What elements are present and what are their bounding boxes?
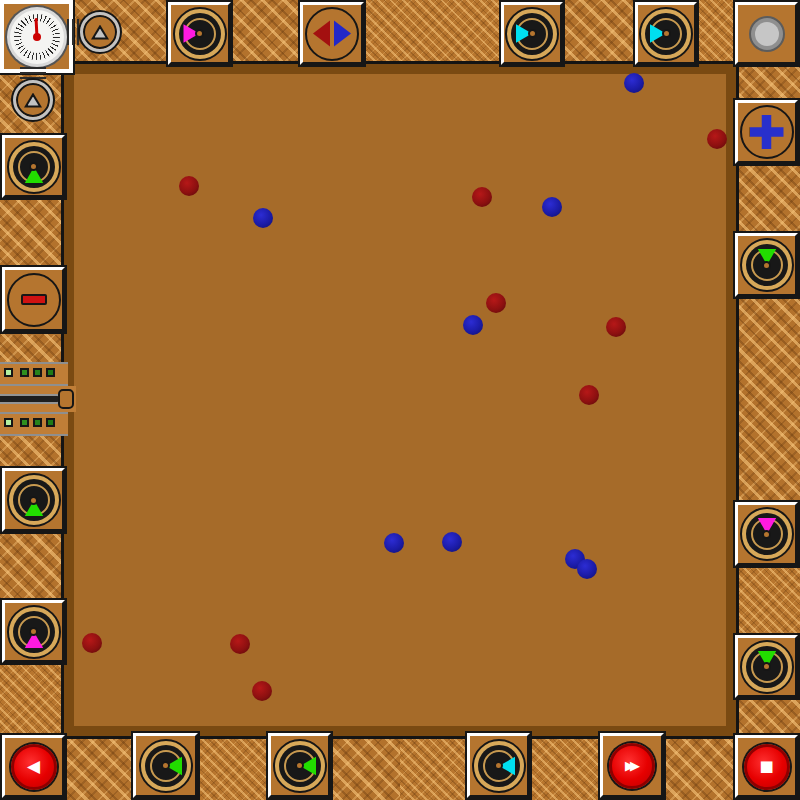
led-square: [4, 418, 13, 427]
red-ball: [486, 293, 506, 313]
stop-button-icon: ■: [759, 759, 773, 774]
gauge-face: [10, 10, 64, 64]
dial-top-cyan-2[interactable]: [635, 2, 697, 65]
pressure-gauge: [0, 0, 73, 73]
red-left-arrow-icon: [313, 21, 330, 47]
led-square: [20, 368, 29, 377]
red-ball: [606, 317, 626, 337]
gauge-hub: [33, 33, 41, 41]
valve-wheel: [13, 80, 53, 120]
dial-center-dot: [762, 530, 771, 539]
valve-wheel: [80, 12, 120, 52]
wedge-dial: [639, 7, 693, 61]
dial-center-dot: [762, 261, 771, 270]
texture-patch: [530, 734, 600, 800]
blue-ball: [577, 559, 597, 579]
dial-center-dot: [762, 662, 771, 671]
plus-face: [740, 105, 794, 159]
red-ball: [472, 187, 492, 207]
dial-face: [746, 513, 788, 555]
led-square: [46, 368, 55, 377]
dial-center-dot: [29, 162, 38, 171]
dial-face: [746, 646, 788, 688]
blue-ball: [253, 208, 273, 228]
fast-forward-button[interactable]: ▶▶: [600, 733, 664, 798]
stop-button-face: ■: [744, 744, 790, 790]
dial-bottom-cyan[interactable]: [467, 733, 530, 798]
dial-face: [13, 146, 55, 188]
dial-bottom-green-1[interactable]: [133, 733, 198, 798]
triangle-up-icon: [24, 93, 42, 108]
valve-top[interactable]: [77, 9, 123, 55]
red-ball: [82, 633, 102, 653]
playfield: [74, 74, 726, 726]
minus-icon: [21, 294, 47, 305]
ball-machine: ■◀▶▶: [0, 0, 800, 800]
dial-center-dot: [494, 761, 503, 770]
wedge-dial: [740, 640, 794, 694]
minus-button[interactable]: [2, 267, 65, 332]
red-ball: [707, 129, 727, 149]
texture-patch: [697, 0, 734, 64]
slider-track: [0, 394, 62, 404]
dial-face: [478, 745, 520, 787]
texture-patch: [400, 734, 467, 800]
level-slider[interactable]: [0, 386, 76, 412]
back-button-face: ◀: [11, 744, 57, 790]
blue-ball: [624, 73, 644, 93]
slider-handle[interactable]: [58, 389, 74, 409]
red-ball: [179, 176, 199, 196]
dial-bottom-green-2[interactable]: [268, 733, 331, 798]
dial-face: [511, 13, 553, 55]
dial-center-dot: [295, 761, 304, 770]
led-square: [33, 418, 42, 427]
wedge-dial: [173, 7, 227, 61]
texture-patch: [198, 734, 268, 800]
stop-button[interactable]: ■: [735, 735, 798, 798]
triangle-up-icon: [91, 25, 109, 40]
wedge-dial: [472, 739, 526, 793]
led-square: [46, 418, 55, 427]
blue-ball: [442, 532, 462, 552]
red-ball: [579, 385, 599, 405]
led-strip-1: [0, 362, 68, 386]
plus-icon: [750, 115, 784, 149]
dial-face: [145, 745, 187, 787]
wedge-dial: [7, 605, 61, 659]
wedge-dial: [273, 739, 327, 793]
dial-face: [746, 244, 788, 286]
dial-center-dot: [528, 29, 537, 38]
blue-right-arrow-icon: [334, 21, 351, 47]
wedge-dial: [139, 739, 193, 793]
back-button[interactable]: ◀: [2, 735, 65, 798]
dial-center-dot: [29, 496, 38, 505]
grey-button-face: [749, 16, 785, 52]
texture-patch: [364, 0, 501, 64]
wedge-dial: [505, 7, 559, 61]
fast-forward-button-icon: ▶▶: [625, 759, 639, 772]
dial-right-green-2[interactable]: [735, 635, 798, 698]
dial-center-dot: [161, 761, 170, 770]
dial-center-dot: [662, 29, 671, 38]
dial-left-magenta[interactable]: [2, 600, 65, 663]
dial-face: [645, 13, 687, 55]
selector-face: [305, 7, 359, 61]
dial-left-green-2[interactable]: [2, 468, 65, 532]
led-strip-2: [0, 412, 68, 436]
fast-forward-button-face: ▶▶: [609, 743, 655, 789]
red-ball: [230, 634, 250, 654]
plus-button[interactable]: [735, 100, 798, 164]
wedge-dial: [740, 238, 794, 292]
blue-ball: [542, 197, 562, 217]
dial-face: [13, 611, 55, 653]
valve-left[interactable]: [10, 77, 56, 123]
dial-face: [279, 745, 321, 787]
dial-face: [13, 479, 55, 521]
led-square: [33, 368, 42, 377]
dial-top-cyan-1[interactable]: [501, 2, 563, 65]
texture-patch: [0, 663, 64, 735]
dial-center-dot: [195, 29, 204, 38]
red-ball: [252, 681, 272, 701]
wedge-dial: [7, 140, 61, 194]
back-button-icon: ◀: [27, 758, 40, 775]
wedge-dial: [7, 473, 61, 527]
dial-right-green-1[interactable]: [735, 233, 798, 297]
wedge-dial: [740, 507, 794, 561]
led-square: [20, 418, 29, 427]
dial-left-green-1[interactable]: [2, 135, 65, 198]
minus-face: [7, 273, 61, 327]
blue-ball: [384, 533, 404, 553]
led-square: [4, 368, 13, 377]
texture-patch: [733, 567, 800, 635]
dial-right-magenta[interactable]: [735, 502, 798, 566]
dial-face: [179, 13, 221, 55]
dial-center-dot: [29, 627, 38, 636]
selector-left-right[interactable]: [300, 2, 364, 65]
blue-ball: [463, 315, 483, 335]
grey-indicator-button[interactable]: [735, 2, 798, 65]
dial-top-magenta[interactable]: [168, 2, 231, 65]
